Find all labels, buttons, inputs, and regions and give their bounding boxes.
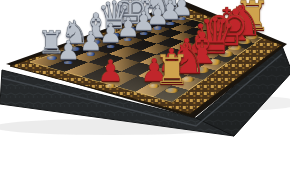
scene: ♜♞♝♛♚♝♞♜♟♟♟♟♟♟♟♟♟♟♟♟♟♟♟♟♜♞♝♛♚♝♞♜♟: [0, 0, 290, 178]
